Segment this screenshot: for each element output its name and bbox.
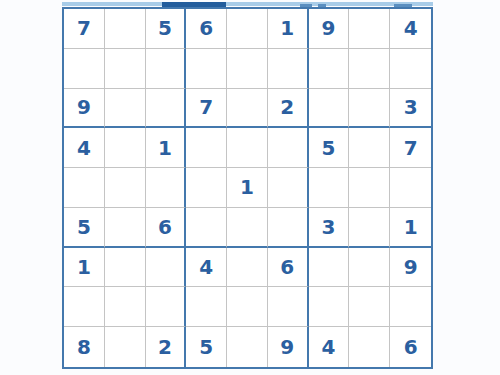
sudoku-cell[interactable]: 9: [64, 89, 105, 129]
given-digit: 5: [199, 337, 213, 357]
sudoku-cell[interactable]: [390, 287, 431, 327]
sudoku-cell[interactable]: [268, 208, 309, 248]
sudoku-page: 75619497234157156311469825946: [0, 0, 500, 375]
sudoku-cell[interactable]: 9: [390, 248, 431, 288]
given-digit: 8: [77, 337, 91, 357]
cropped-ui-artifact-band: [62, 2, 433, 6]
given-digit: 7: [404, 138, 418, 158]
sudoku-cell[interactable]: 7: [390, 128, 431, 168]
sudoku-cell[interactable]: [105, 168, 146, 208]
given-digit: 5: [77, 217, 91, 237]
sudoku-cell[interactable]: 3: [390, 89, 431, 129]
sudoku-cell[interactable]: 6: [268, 248, 309, 288]
sudoku-cell[interactable]: [186, 49, 227, 89]
given-digit: 9: [77, 97, 91, 117]
sudoku-cell[interactable]: [349, 208, 390, 248]
sudoku-cell[interactable]: [268, 168, 309, 208]
sudoku-cell[interactable]: [146, 49, 187, 89]
sudoku-cell[interactable]: 1: [227, 168, 268, 208]
sudoku-cell[interactable]: [349, 168, 390, 208]
sudoku-cell[interactable]: 2: [146, 327, 187, 367]
sudoku-cell[interactable]: [390, 49, 431, 89]
sudoku-cell[interactable]: [309, 248, 350, 288]
given-digit: 2: [280, 97, 294, 117]
sudoku-cell[interactable]: [227, 208, 268, 248]
sudoku-cell[interactable]: [227, 128, 268, 168]
sudoku-cell[interactable]: [146, 287, 187, 327]
given-digit: 3: [404, 97, 418, 117]
sudoku-cell[interactable]: 6: [186, 9, 227, 49]
given-digit: 6: [404, 337, 418, 357]
sudoku-cell[interactable]: [349, 248, 390, 288]
sudoku-cell[interactable]: [186, 208, 227, 248]
sudoku-cell[interactable]: [349, 327, 390, 367]
sudoku-cell[interactable]: 4: [186, 248, 227, 288]
sudoku-cell[interactable]: [309, 89, 350, 129]
given-digit: 1: [158, 138, 172, 158]
sudoku-cell[interactable]: 9: [268, 327, 309, 367]
given-digit: 6: [280, 257, 294, 277]
given-digit: 2: [158, 337, 172, 357]
sudoku-cell[interactable]: [349, 49, 390, 89]
sudoku-cell[interactable]: [186, 168, 227, 208]
sudoku-cell[interactable]: [105, 248, 146, 288]
given-digit: 1: [404, 217, 418, 237]
sudoku-cell[interactable]: 8: [64, 327, 105, 367]
sudoku-cell[interactable]: [105, 128, 146, 168]
sudoku-cell[interactable]: [64, 49, 105, 89]
sudoku-cell[interactable]: 6: [390, 327, 431, 367]
sudoku-cell[interactable]: 5: [64, 208, 105, 248]
given-digit: 4: [322, 337, 336, 357]
sudoku-cell[interactable]: [146, 89, 187, 129]
sudoku-cell[interactable]: [309, 49, 350, 89]
given-digit: 5: [322, 138, 336, 158]
sudoku-cell[interactable]: 4: [309, 327, 350, 367]
given-digit: 4: [404, 18, 418, 38]
sudoku-cell[interactable]: 1: [146, 128, 187, 168]
sudoku-cell[interactable]: [227, 89, 268, 129]
sudoku-cell[interactable]: [227, 49, 268, 89]
sudoku-cell[interactable]: [227, 327, 268, 367]
sudoku-cell[interactable]: [146, 248, 187, 288]
sudoku-cell[interactable]: 6: [146, 208, 187, 248]
sudoku-cell[interactable]: [349, 128, 390, 168]
sudoku-cell[interactable]: 7: [64, 9, 105, 49]
sudoku-cell[interactable]: 5: [186, 327, 227, 367]
sudoku-cell[interactable]: 3: [309, 208, 350, 248]
sudoku-cell[interactable]: [64, 168, 105, 208]
sudoku-cell[interactable]: [146, 168, 187, 208]
given-digit: 4: [199, 257, 213, 277]
sudoku-cell[interactable]: [268, 49, 309, 89]
sudoku-cell[interactable]: [105, 9, 146, 49]
given-digit: 6: [199, 18, 213, 38]
sudoku-cell[interactable]: 1: [268, 9, 309, 49]
sudoku-cell[interactable]: [105, 327, 146, 367]
given-digit: 3: [322, 217, 336, 237]
sudoku-cell[interactable]: 7: [186, 89, 227, 129]
sudoku-cell[interactable]: [105, 49, 146, 89]
sudoku-cell[interactable]: [186, 128, 227, 168]
sudoku-cell[interactable]: [268, 287, 309, 327]
sudoku-cell[interactable]: 5: [146, 9, 187, 49]
sudoku-cell[interactable]: 9: [309, 9, 350, 49]
given-digit: 1: [77, 257, 91, 277]
sudoku-cell[interactable]: 1: [64, 248, 105, 288]
given-digit: 1: [280, 18, 294, 38]
given-digit: 5: [158, 18, 172, 38]
given-digit: 1: [240, 177, 254, 197]
sudoku-cell[interactable]: [105, 89, 146, 129]
sudoku-grid: 75619497234157156311469825946: [62, 7, 433, 369]
sudoku-cell[interactable]: [309, 168, 350, 208]
sudoku-cell[interactable]: [186, 287, 227, 327]
sudoku-cell[interactable]: 4: [64, 128, 105, 168]
given-digit: 9: [322, 18, 336, 38]
sudoku-cell[interactable]: [227, 287, 268, 327]
sudoku-cell[interactable]: [105, 208, 146, 248]
sudoku-cell[interactable]: [105, 287, 146, 327]
sudoku-cell[interactable]: [227, 9, 268, 49]
sudoku-cell[interactable]: [349, 287, 390, 327]
given-digit: 7: [199, 97, 213, 117]
sudoku-cell[interactable]: 2: [268, 89, 309, 129]
sudoku-cell[interactable]: [227, 248, 268, 288]
given-digit: 9: [404, 257, 418, 277]
sudoku-cell[interactable]: [309, 287, 350, 327]
given-digit: 9: [280, 337, 294, 357]
sudoku-cell[interactable]: [349, 89, 390, 129]
sudoku-cell[interactable]: 1: [390, 208, 431, 248]
sudoku-cell[interactable]: 5: [309, 128, 350, 168]
sudoku-cell[interactable]: [64, 287, 105, 327]
given-digit: 4: [77, 138, 91, 158]
sudoku-cell[interactable]: [268, 128, 309, 168]
sudoku-cell[interactable]: [349, 9, 390, 49]
sudoku-cell[interactable]: [390, 168, 431, 208]
given-digit: 6: [158, 217, 172, 237]
given-digit: 7: [77, 18, 91, 38]
sudoku-cell[interactable]: 4: [390, 9, 431, 49]
